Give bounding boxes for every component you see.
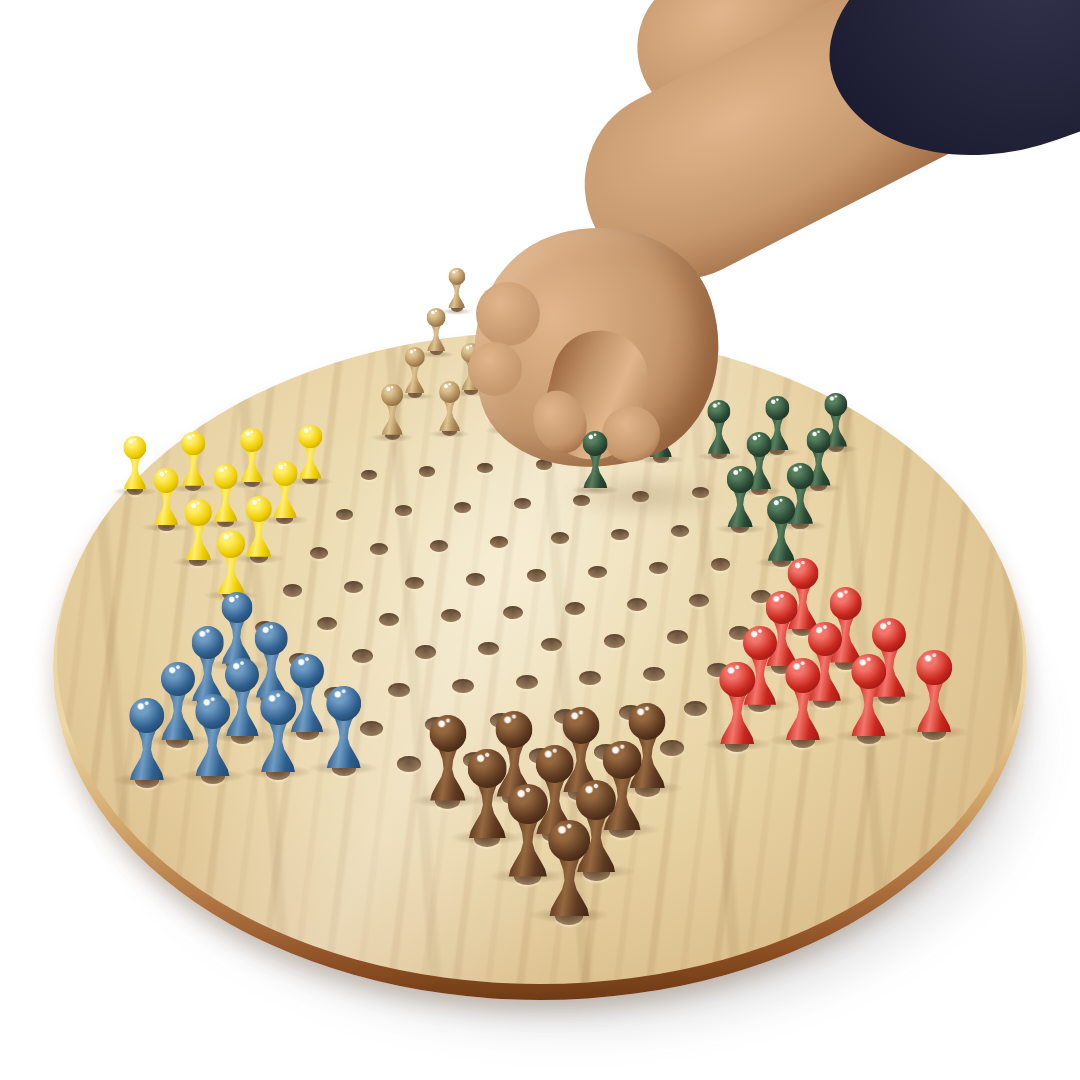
peg-head [508,784,548,824]
peg-head [123,436,146,459]
hole-9-5[interactable] [541,638,562,652]
peg-head [629,703,666,740]
peg-head [427,308,446,327]
hole-4-4[interactable] [361,470,377,480]
peg-body [253,718,304,772]
peg-head [829,587,862,620]
peg-body [909,678,960,732]
hole-6-2[interactable] [310,547,328,559]
hole-5-5[interactable] [454,502,471,513]
hole-11-8[interactable] [684,701,707,716]
peg-body [761,518,801,561]
peg-head [161,662,195,696]
hole-10-5[interactable] [516,675,538,689]
peg-blue[interactable] [185,694,241,776]
hole-5-6[interactable] [514,498,531,509]
scene [0,0,1080,1080]
hole-8-2[interactable] [379,613,399,626]
hole-8-6[interactable] [627,598,647,611]
peg-yellow[interactable] [209,530,253,594]
peg-head [429,715,466,752]
hole-8-1[interactable] [317,617,337,630]
peg-body [702,418,736,454]
peg-red[interactable] [906,650,962,732]
peg-head [766,396,789,419]
peg-head [806,428,831,453]
peg-red[interactable] [775,658,831,740]
peg-blue[interactable] [250,690,306,772]
peg-red[interactable] [710,662,766,744]
hole-8-5[interactable] [565,602,585,615]
peg-natural-tan[interactable] [375,384,409,434]
peg-head [785,658,821,694]
peg-head [767,496,795,524]
hole-7-1[interactable] [283,584,302,596]
peg-head [766,591,799,624]
peg-red[interactable] [841,654,897,736]
peg-natural-tan[interactable] [443,268,470,308]
hole-7-4[interactable] [466,573,485,585]
peg-head [743,626,777,660]
peg-body [539,852,599,916]
peg-body [712,690,763,744]
peg-head [299,425,322,448]
peg-head [240,428,263,451]
peg-body [376,402,407,435]
peg-natural-tan[interactable] [422,308,451,351]
peg-head [154,468,179,493]
peg-head [787,558,818,589]
peg-head [727,466,753,492]
peg-head [129,698,165,734]
hole-7-2[interactable] [344,581,363,593]
hole-9-4[interactable] [478,642,499,656]
peg-head [225,658,259,692]
hole-12-4[interactable] [397,756,421,772]
peg-head [548,820,590,862]
peg-body [578,450,614,488]
peg-head [576,780,616,820]
held-peg[interactable] [576,431,615,488]
peg-head [468,749,507,788]
peg-head [720,662,756,698]
peg-dark-green[interactable] [759,496,803,560]
peg-head [808,622,842,656]
peg-body [187,722,238,776]
peg-body [211,552,251,595]
hole-10-3[interactable] [388,683,410,697]
peg-head [221,592,252,623]
peg-head [872,618,906,652]
hole-10-4[interactable] [452,679,474,693]
peg-head [290,654,324,688]
hole-7-8[interactable] [711,558,730,570]
peg-head [405,347,425,367]
peg-head [747,432,772,457]
hole-6-8[interactable] [671,525,689,537]
peg-dark-green[interactable] [720,466,761,527]
peg-head [448,268,465,285]
hole-6-4[interactable] [430,540,448,552]
knuckle [468,342,522,396]
peg-body [843,682,894,736]
peg-head [185,499,211,525]
peg-head [260,690,296,726]
peg-head [787,463,813,489]
knuckle [476,282,540,346]
peg-head [824,393,847,416]
peg-natural-tan[interactable] [433,381,467,431]
hole-6-5[interactable] [490,536,508,548]
peg-body [318,714,369,768]
peg-dark-green[interactable] [701,400,737,454]
peg-blue[interactable] [119,698,175,780]
peg-head [217,530,245,558]
peg-body [444,282,469,308]
peg-head [182,432,205,455]
peg-dark-brown[interactable] [537,820,602,916]
peg-head [851,654,887,690]
peg-head [255,622,288,655]
peg-head [603,741,642,780]
peg-blue[interactable] [316,686,372,768]
peg-body [721,487,759,527]
peg-head [439,381,461,403]
hole-4-5[interactable] [419,466,435,476]
peg-head [707,400,730,423]
hole-9-2[interactable] [352,649,373,663]
peg-head [195,694,231,730]
hole-7-5[interactable] [527,569,546,581]
peg-body [777,686,828,740]
peg-head [326,686,362,722]
peg-head [191,626,224,659]
hole-9-3[interactable] [415,645,436,659]
peg-head [245,496,271,522]
hole-6-6[interactable] [551,532,569,544]
peg-head [381,384,403,406]
hole-5-3[interactable] [336,509,353,520]
peg-head [562,707,599,744]
peg-head [916,650,952,686]
hole-9-7[interactable] [667,630,688,644]
peg-head [273,461,298,486]
peg-body [121,726,172,780]
peg-head [213,464,238,489]
peg-head [496,711,533,748]
peg-head [583,431,608,456]
hole-8-4[interactable] [503,606,523,619]
hole-9-6[interactable] [604,634,625,648]
peg-body [434,398,465,431]
peg-head [535,745,574,784]
